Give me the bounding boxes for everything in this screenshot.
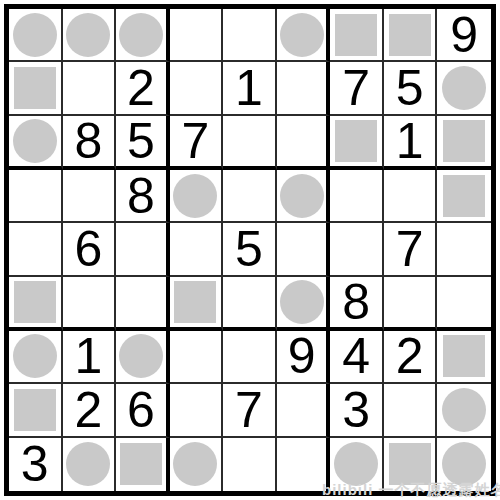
cell-r6c3[interactable] [116, 277, 170, 331]
given-digit: 7 [396, 224, 424, 274]
cell-r5c9[interactable] [437, 223, 491, 276]
watermark: bilibili 一个不愿透露姓名的人 [322, 480, 500, 500]
cell-r2c2[interactable] [63, 62, 117, 115]
cell-r8c5[interactable]: 7 [223, 384, 277, 437]
even-square-marker [14, 281, 56, 323]
cell-r4c4[interactable] [170, 170, 224, 223]
even-square-marker [443, 335, 485, 377]
given-digit: 1 [74, 331, 102, 381]
even-square-marker [335, 120, 377, 162]
cell-r4c8[interactable] [384, 170, 438, 223]
cell-r9c1[interactable]: 3 [9, 438, 63, 491]
cell-r6c4[interactable] [170, 277, 224, 331]
even-square-marker [335, 14, 377, 56]
cell-r9c4[interactable] [170, 438, 224, 491]
cell-r3c4[interactable]: 7 [170, 116, 224, 170]
cell-r4c7[interactable] [330, 170, 384, 223]
odd-circle-marker [119, 334, 163, 378]
cell-r3c2[interactable]: 8 [63, 116, 117, 170]
cell-r8c6[interactable] [277, 384, 331, 437]
cell-r4c6[interactable] [277, 170, 331, 223]
cell-r5c4[interactable] [170, 223, 224, 276]
even-square-marker [14, 67, 56, 109]
given-digit: 1 [396, 116, 424, 166]
given-digit: 6 [74, 224, 102, 274]
cell-r1c9[interactable]: 9 [437, 9, 491, 62]
cell-r5c8[interactable]: 7 [384, 223, 438, 276]
odd-circle-marker [13, 13, 57, 57]
odd-circle-marker [66, 13, 110, 57]
cell-r2c4[interactable] [170, 62, 224, 115]
cell-r8c1[interactable] [9, 384, 63, 437]
odd-circle-marker [442, 388, 486, 432]
cell-r9c2[interactable] [63, 438, 117, 491]
given-digit: 7 [235, 385, 263, 435]
even-square-marker [389, 14, 431, 56]
cell-r7c1[interactable] [9, 331, 63, 384]
cell-r3c7[interactable] [330, 116, 384, 170]
cell-r8c4[interactable] [170, 384, 224, 437]
even-square-marker [174, 281, 216, 323]
cell-r4c3[interactable]: 8 [116, 170, 170, 223]
odd-circle-marker [66, 442, 110, 486]
odd-circle-marker [13, 119, 57, 163]
screenshot-root: 92175857186578194226733 bilibili 一个不愿透露姓… [0, 0, 500, 500]
cell-r5c5[interactable]: 5 [223, 223, 277, 276]
cell-r2c7[interactable]: 7 [330, 62, 384, 115]
cell-r4c2[interactable] [63, 170, 117, 223]
cell-r1c7[interactable] [330, 9, 384, 62]
sudoku-board: 92175857186578194226733 [4, 4, 496, 496]
given-digit: 7 [182, 116, 210, 166]
even-square-marker [443, 120, 485, 162]
given-digit: 4 [342, 331, 370, 381]
cell-r3c9[interactable] [437, 116, 491, 170]
even-square-marker [14, 389, 56, 431]
cell-r6c9[interactable] [437, 277, 491, 331]
odd-circle-marker [280, 174, 324, 218]
cell-r5c6[interactable] [277, 223, 331, 276]
cell-r3c3[interactable]: 5 [116, 116, 170, 170]
given-digit: 3 [21, 439, 49, 489]
cell-r7c3[interactable] [116, 331, 170, 384]
given-digit: 6 [127, 385, 155, 435]
given-digit: 2 [396, 331, 424, 381]
cell-r5c1[interactable] [9, 223, 63, 276]
cell-r8c3[interactable]: 6 [116, 384, 170, 437]
given-digit: 5 [127, 116, 155, 166]
cell-r2c3[interactable]: 2 [116, 62, 170, 115]
given-digit: 8 [127, 171, 155, 221]
cell-r7c9[interactable] [437, 331, 491, 384]
cell-r2c8[interactable]: 5 [384, 62, 438, 115]
cell-r2c5[interactable]: 1 [223, 62, 277, 115]
cell-r5c3[interactable] [116, 223, 170, 276]
given-digit: 2 [127, 63, 155, 113]
even-square-marker [389, 443, 431, 485]
given-digit: 8 [342, 277, 370, 327]
odd-circle-marker [442, 66, 486, 110]
cell-r1c3[interactable] [116, 9, 170, 62]
cell-r7c2[interactable]: 1 [63, 331, 117, 384]
given-digit: 8 [74, 116, 102, 166]
cell-r1c5[interactable] [223, 9, 277, 62]
cell-r5c7[interactable] [330, 223, 384, 276]
odd-circle-marker [173, 174, 217, 218]
cell-r6c8[interactable] [384, 277, 438, 331]
cell-r3c1[interactable] [9, 116, 63, 170]
cell-r8c2[interactable]: 2 [63, 384, 117, 437]
given-digit: 9 [450, 10, 478, 60]
even-square-marker [443, 175, 485, 217]
given-digit: 2 [74, 385, 102, 435]
cell-r4c9[interactable] [437, 170, 491, 223]
cell-r7c7[interactable]: 4 [330, 331, 384, 384]
cell-r4c5[interactable] [223, 170, 277, 223]
cell-r3c6[interactable] [277, 116, 331, 170]
cell-r9c5[interactable] [223, 438, 277, 491]
cell-r6c7[interactable]: 8 [330, 277, 384, 331]
odd-circle-marker [13, 334, 57, 378]
cell-r7c5[interactable] [223, 331, 277, 384]
cell-r2c6[interactable] [277, 62, 331, 115]
cell-r1c8[interactable] [384, 9, 438, 62]
given-digit: 9 [288, 331, 316, 381]
cell-r6c1[interactable] [9, 277, 63, 331]
cell-r2c9[interactable] [437, 62, 491, 115]
odd-circle-marker [119, 13, 163, 57]
given-digit: 7 [342, 63, 370, 113]
cell-r3c5[interactable] [223, 116, 277, 170]
cell-r5c2[interactable]: 6 [63, 223, 117, 276]
cell-r1c1[interactable] [9, 9, 63, 62]
odd-circle-marker [280, 280, 324, 324]
cell-r3c8[interactable]: 1 [384, 116, 438, 170]
cell-r1c2[interactable] [63, 9, 117, 62]
cell-r6c2[interactable] [63, 277, 117, 331]
cell-r1c4[interactable] [170, 9, 224, 62]
cell-r7c6[interactable]: 9 [277, 331, 331, 384]
cell-r7c8[interactable]: 2 [384, 331, 438, 384]
cell-r8c8[interactable] [384, 384, 438, 437]
cell-r7c4[interactable] [170, 331, 224, 384]
cell-r4c1[interactable] [9, 170, 63, 223]
odd-circle-marker [173, 442, 217, 486]
cell-r1c6[interactable] [277, 9, 331, 62]
given-digit: 3 [342, 385, 370, 435]
given-digit: 1 [235, 63, 263, 113]
cell-r2c1[interactable] [9, 62, 63, 115]
even-square-marker [120, 443, 162, 485]
cell-r6c6[interactable] [277, 277, 331, 331]
given-digit: 5 [235, 224, 263, 274]
cell-r8c7[interactable]: 3 [330, 384, 384, 437]
cell-r9c3[interactable] [116, 438, 170, 491]
odd-circle-marker [280, 13, 324, 57]
cell-r8c9[interactable] [437, 384, 491, 437]
given-digit: 5 [396, 63, 424, 113]
cell-r6c5[interactable] [223, 277, 277, 331]
